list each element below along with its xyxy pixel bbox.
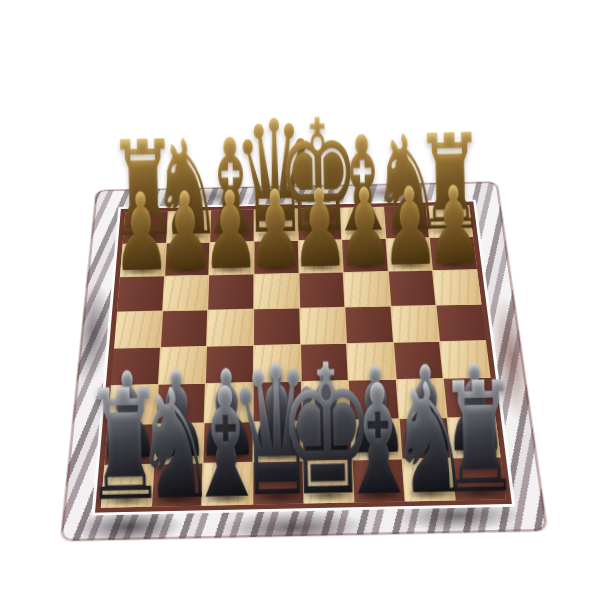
square-d6[interactable] <box>254 274 299 309</box>
square-b5[interactable] <box>161 310 208 346</box>
square-f6[interactable] <box>344 272 390 307</box>
square-h1[interactable]: ♜ <box>452 458 506 501</box>
square-h5[interactable] <box>437 305 486 341</box>
square-g5[interactable] <box>391 306 439 342</box>
piece-bronze-pawn[interactable]: ♟ <box>424 182 484 269</box>
board-inner-frame: ♜♞♝♛♚♝♞♜♟♟♟♟♟♟♟♟♟♟♟♟♟♟♟♟♜♞♝♛♚♝♞♜ <box>91 199 515 515</box>
square-a5[interactable] <box>114 311 162 347</box>
square-e6[interactable] <box>299 273 344 308</box>
square-b6[interactable] <box>163 276 209 311</box>
board-border-battle-print: ♜♞♝♛♚♝♞♜♟♟♟♟♟♟♟♟♟♟♟♟♟♟♟♟♜♞♝♛♚♝♞♜ <box>61 182 548 541</box>
square-g6[interactable] <box>389 271 436 306</box>
square-h6[interactable] <box>433 270 481 305</box>
chess-board: ♜♞♝♛♚♝♞♜♟♟♟♟♟♟♟♟♟♟♟♟♟♟♟♟♜♞♝♛♚♝♞♜ <box>61 182 548 541</box>
square-a6[interactable] <box>117 277 164 312</box>
square-c6[interactable] <box>208 275 253 310</box>
photo-background: ♜♞♝♛♚♝♞♜♟♟♟♟♟♟♟♟♟♟♟♟♟♟♟♟♜♞♝♛♚♝♞♜ <box>0 0 600 600</box>
board-grid: ♜♞♝♛♚♝♞♜♟♟♟♟♟♟♟♟♟♟♟♟♟♟♟♟♜♞♝♛♚♝♞♜ <box>101 205 506 508</box>
piece-silver-rook[interactable]: ♜ <box>437 376 522 500</box>
square-h7[interactable]: ♟ <box>430 237 477 270</box>
